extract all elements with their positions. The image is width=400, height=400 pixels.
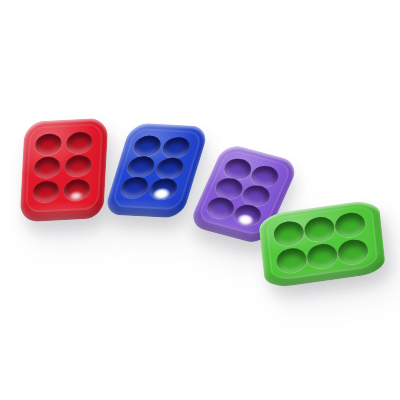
muffin-cavity <box>153 157 185 179</box>
muffin-cavity <box>131 135 163 157</box>
muffin-cavity <box>32 180 59 202</box>
muffin-cavity <box>275 246 307 274</box>
muffin-cavity <box>119 176 151 198</box>
muffin-cavity-with-shine <box>147 178 179 200</box>
muffin-cavity <box>34 133 61 155</box>
muffin-cavity <box>125 156 157 178</box>
muffin-cavity <box>33 157 60 179</box>
blue-muffin-mold <box>103 123 210 219</box>
muffin-cavity <box>337 237 369 265</box>
muffin-cavity <box>160 136 192 158</box>
muffin-cavity <box>65 132 92 154</box>
muffin-cavity <box>306 242 338 270</box>
muffin-cavity <box>204 195 238 221</box>
green-muffin-mold <box>258 199 387 290</box>
red-muffin-mold <box>19 118 108 223</box>
muffin-cavity <box>303 215 335 243</box>
muffin-cavity-with-shine <box>63 178 90 200</box>
red-mold-cavity-grid <box>19 118 108 223</box>
muffin-cavity <box>272 220 304 248</box>
muffin-cavity <box>64 155 91 177</box>
blue-mold-cavity-grid <box>103 123 210 219</box>
product-photo-canvas <box>0 0 400 400</box>
green-mold-cavity-grid <box>258 199 387 290</box>
muffin-cavity <box>334 211 366 239</box>
